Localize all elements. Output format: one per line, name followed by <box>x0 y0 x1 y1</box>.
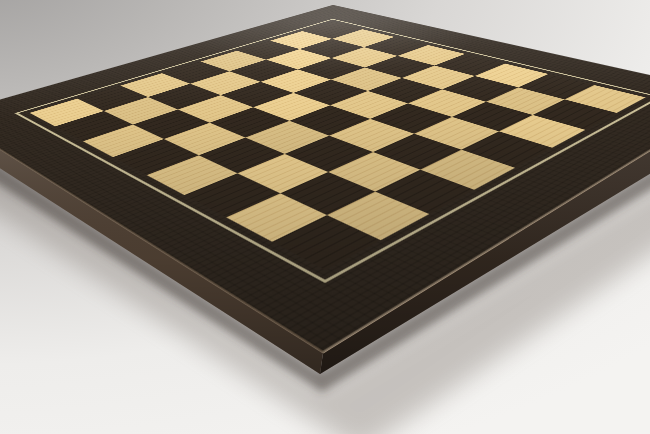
studio-photo-background <box>0 0 650 434</box>
